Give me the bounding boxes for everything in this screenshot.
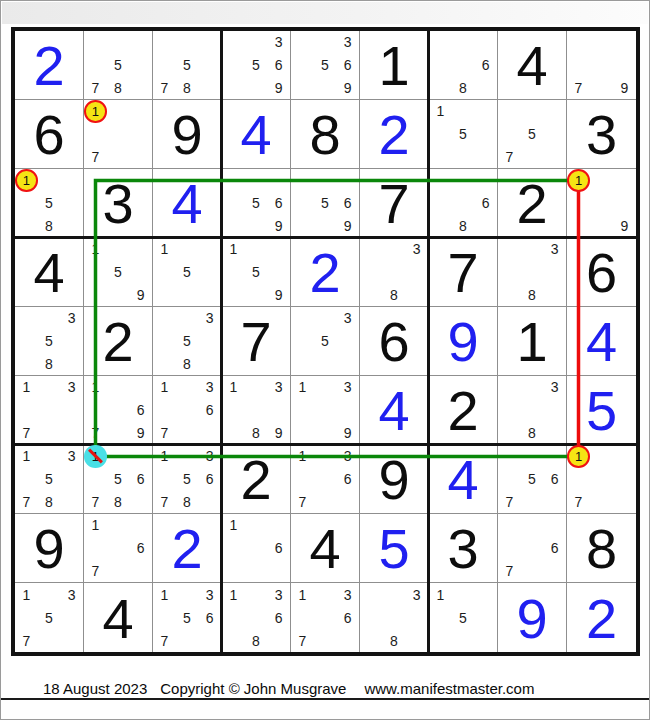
cell-r8c6[interactable]: 5: [360, 514, 429, 583]
empty-slot: [291, 31, 314, 54]
cell-r9c4[interactable]: 1368: [222, 583, 291, 652]
empty-slot: [429, 214, 452, 237]
empty-slot: [336, 169, 359, 192]
empty-slot: [176, 399, 199, 422]
given-digit: 8: [586, 521, 617, 577]
empty-slot: [15, 330, 38, 353]
cell-r1c7[interactable]: 68: [429, 31, 498, 100]
cell-r7c8[interactable]: 567: [498, 445, 567, 514]
empty-slot: [521, 399, 544, 422]
empty-slot: [521, 514, 544, 537]
footer-url[interactable]: www.manifestmaster.com: [364, 680, 534, 697]
cell-r5c6[interactable]: 6: [360, 307, 429, 376]
cell-r8c5[interactable]: 4: [291, 514, 360, 583]
candidate-5: 5: [38, 468, 61, 491]
cell-r1c4[interactable]: 3569: [222, 31, 291, 100]
cell-r7c2[interactable]: 15678: [84, 445, 153, 514]
empty-slot: [153, 261, 176, 284]
candidate-7: 7: [498, 490, 521, 513]
empty-slot: [543, 514, 566, 537]
empty-slot: [543, 421, 566, 444]
cell-r3c8[interactable]: 2: [498, 169, 567, 238]
candidate-1: 1: [222, 514, 245, 537]
empty-slot: [429, 123, 452, 146]
pencil-marks: 578: [153, 31, 221, 99]
given-digit: 2: [102, 314, 133, 370]
cell-r4c1[interactable]: 4: [15, 238, 84, 307]
candidate-6: 6: [336, 54, 359, 77]
given-digit: 9: [378, 452, 409, 508]
cell-r6c4[interactable]: 1389: [222, 376, 291, 445]
empty-slot: [498, 421, 521, 444]
cell-r2c4[interactable]: 4: [222, 100, 291, 169]
candidate-1: 1: [291, 583, 314, 606]
candidate-7: 7: [84, 145, 107, 168]
candidate-7: 7: [153, 490, 176, 513]
page: 2578578356935691684796179482155731583456…: [0, 0, 650, 720]
candidate-3: 3: [543, 238, 566, 261]
empty-slot: [222, 421, 245, 444]
empty-slot: [452, 192, 475, 215]
cell-r7c4[interactable]: 2: [222, 445, 291, 514]
empty-slot: [314, 445, 337, 468]
empty-slot: [245, 169, 268, 192]
solved-digit: 9: [516, 591, 547, 647]
solved-digit: 2: [309, 245, 340, 301]
pencil-marks: 67: [498, 514, 566, 582]
empty-slot: [543, 399, 566, 422]
candidate-6: 6: [336, 468, 359, 491]
empty-slot: [198, 352, 221, 375]
pencil-marks: 159: [222, 238, 290, 306]
pencil-marks: 1368: [222, 583, 290, 652]
chain-link-node-candidate-1: 1: [567, 445, 590, 468]
empty-slot: [291, 399, 314, 422]
cell-r2c9[interactable]: 3: [567, 100, 636, 169]
empty-slot: [153, 352, 176, 375]
empty-slot: [129, 31, 152, 54]
empty-slot: [383, 606, 406, 629]
empty-slot: [383, 238, 406, 261]
empty-slot: [107, 100, 130, 123]
empty-slot: [336, 352, 359, 375]
empty-slot: [291, 192, 314, 215]
cell-r9c6[interactable]: 38: [360, 583, 429, 652]
cell-r3c6[interactable]: 7: [360, 169, 429, 238]
empty-slot: [498, 376, 521, 399]
candidate-7: 7: [15, 421, 38, 444]
pencil-marks: 38: [498, 376, 566, 444]
candidate-1: 1: [222, 376, 245, 399]
candidate-9: 9: [613, 76, 636, 99]
cell-r4c7[interactable]: 7: [429, 238, 498, 307]
empty-slot: [613, 169, 636, 192]
empty-slot: [314, 421, 337, 444]
empty-slot: [405, 261, 428, 284]
candidate-5: 5: [314, 192, 337, 215]
cell-r5c7[interactable]: 9: [429, 307, 498, 376]
empty-slot: [198, 261, 221, 284]
candidate-6: 6: [543, 537, 566, 560]
empty-slot: [429, 629, 452, 652]
cell-r5c8[interactable]: 1: [498, 307, 567, 376]
cell-r2c6[interactable]: 2: [360, 100, 429, 169]
empty-slot: [543, 100, 566, 123]
cell-r4c3[interactable]: 15: [153, 238, 222, 307]
empty-slot: [613, 445, 636, 468]
empty-slot: [84, 283, 107, 306]
pencil-marks: 19: [567, 169, 636, 237]
given-digit: 7: [447, 245, 478, 301]
cell-r5c2[interactable]: 2: [84, 307, 153, 376]
cell-r9c5[interactable]: 1367: [291, 583, 360, 652]
empty-slot: [498, 283, 521, 306]
candidate-8: 8: [176, 76, 199, 99]
candidate-3: 3: [267, 31, 290, 54]
candidate-6: 6: [543, 468, 566, 491]
candidate-3: 3: [60, 307, 83, 330]
candidate-7: 7: [15, 629, 38, 652]
empty-slot: [107, 559, 130, 582]
candidate-7: 7: [153, 76, 176, 99]
candidate-8: 8: [383, 629, 406, 652]
empty-slot: [60, 399, 83, 422]
empty-slot: [567, 54, 590, 77]
empty-slot: [84, 123, 107, 146]
empty-slot: [176, 445, 199, 468]
bottom-rule: [1, 698, 649, 700]
pencil-marks: 1679: [84, 376, 152, 444]
empty-slot: [129, 559, 152, 582]
pencil-marks: 358: [153, 307, 221, 375]
empty-slot: [107, 399, 130, 422]
empty-slot: [314, 376, 337, 399]
empty-slot: [267, 629, 290, 652]
empty-slot: [15, 606, 38, 629]
cell-r8c4[interactable]: 16: [222, 514, 291, 583]
cell-r9c3[interactable]: 13567: [153, 583, 222, 652]
cell-r3c5[interactable]: 569: [291, 169, 360, 238]
cell-r1c2[interactable]: 578: [84, 31, 153, 100]
empty-slot: [267, 238, 290, 261]
empty-slot: [245, 606, 268, 629]
empty-slot: [314, 468, 337, 491]
given-digit: 1: [516, 314, 547, 370]
empty-slot: [198, 629, 221, 652]
empty-slot: [222, 606, 245, 629]
solved-digit: 4: [171, 176, 202, 232]
empty-slot: [38, 421, 61, 444]
candidate-3: 3: [336, 31, 359, 54]
given-digit: 9: [33, 521, 64, 577]
empty-slot: [498, 537, 521, 560]
empty-slot: [590, 490, 613, 513]
cell-r4c2[interactable]: 159: [84, 238, 153, 307]
empty-slot: [590, 76, 613, 99]
cell-r5c5[interactable]: 35: [291, 307, 360, 376]
candidate-6: 6: [129, 537, 152, 560]
cell-r2c8[interactable]: 57: [498, 100, 567, 169]
cell-r9c1[interactable]: 1357: [15, 583, 84, 652]
cell-r8c7[interactable]: 3: [429, 514, 498, 583]
empty-slot: [222, 629, 245, 652]
given-digit: 2: [240, 452, 271, 508]
candidate-9: 9: [336, 214, 359, 237]
cell-r5c4[interactable]: 7: [222, 307, 291, 376]
candidate-3: 3: [336, 376, 359, 399]
empty-slot: [590, 214, 613, 237]
empty-slot: [452, 100, 475, 123]
empty-slot: [405, 283, 428, 306]
empty-slot: [129, 445, 152, 468]
box-border-vertical-1: [220, 31, 223, 652]
solved-digit: 2: [378, 107, 409, 163]
candidate-6: 6: [198, 606, 221, 629]
candidate-7: 7: [84, 76, 107, 99]
candidate-7: 7: [498, 145, 521, 168]
empty-slot: [521, 238, 544, 261]
empty-slot: [15, 307, 38, 330]
candidate-1: 1: [15, 445, 38, 468]
pencil-marks: 1367: [153, 376, 221, 444]
empty-slot: [474, 31, 497, 54]
empty-slot: [613, 192, 636, 215]
cell-r2c3[interactable]: 9: [153, 100, 222, 169]
cell-r5c9[interactable]: 4: [567, 307, 636, 376]
chain-link-node-candidate-1: 1: [84, 100, 107, 123]
candidate-7: 7: [291, 629, 314, 652]
empty-slot: [314, 629, 337, 652]
cell-r3c2[interactable]: 3: [84, 169, 153, 238]
cell-r2c2[interactable]: 17: [84, 100, 153, 169]
cell-r2c7[interactable]: 15: [429, 100, 498, 169]
empty-slot: [567, 192, 590, 215]
cell-r7c1[interactable]: 13578: [15, 445, 84, 514]
chain-link-node-candidate-1: 1: [15, 169, 38, 192]
candidate-8: 8: [176, 490, 199, 513]
empty-slot: [153, 330, 176, 353]
cell-r1c8[interactable]: 4: [498, 31, 567, 100]
empty-slot: [38, 445, 61, 468]
candidate-6: 6: [267, 537, 290, 560]
cell-r3c1[interactable]: 158: [15, 169, 84, 238]
empty-slot: [267, 399, 290, 422]
pencil-marks: 139: [291, 376, 359, 444]
empty-slot: [176, 283, 199, 306]
empty-slot: [245, 31, 268, 54]
given-digit: 8: [309, 107, 340, 163]
cell-r9c7[interactable]: 15: [429, 583, 498, 652]
empty-slot: [267, 169, 290, 192]
candidate-6: 6: [474, 54, 497, 77]
empty-slot: [222, 214, 245, 237]
candidate-1: 1: [222, 583, 245, 606]
cell-r7c6[interactable]: 9: [360, 445, 429, 514]
cell-r9c9[interactable]: 2: [567, 583, 636, 652]
empty-slot: [521, 261, 544, 284]
candidate-7: 7: [153, 421, 176, 444]
cell-r8c9[interactable]: 8: [567, 514, 636, 583]
sudoku-board: 2578578356935691684796179482155731583456…: [11, 27, 640, 656]
cell-r7c9[interactable]: 17: [567, 445, 636, 514]
candidate-5: 5: [107, 468, 130, 491]
cell-r5c1[interactable]: 358: [15, 307, 84, 376]
candidate-1: 1: [153, 583, 176, 606]
candidate-6: 6: [267, 54, 290, 77]
cell-r9c2[interactable]: 4: [84, 583, 153, 652]
cell-r6c3[interactable]: 1367: [153, 376, 222, 445]
solved-digit: 4: [586, 314, 617, 370]
empty-slot: [336, 330, 359, 353]
candidate-7: 7: [153, 629, 176, 652]
empty-slot: [107, 123, 130, 146]
cell-r6c8[interactable]: 38: [498, 376, 567, 445]
cell-r6c9[interactable]: 5: [567, 376, 636, 445]
empty-slot: [291, 468, 314, 491]
empty-slot: [498, 399, 521, 422]
pencil-marks: 1367: [291, 583, 359, 652]
empty-slot: [590, 31, 613, 54]
cell-r6c7[interactable]: 2: [429, 376, 498, 445]
cell-r1c6[interactable]: 1: [360, 31, 429, 100]
pencil-marks: 15678: [84, 445, 152, 513]
empty-slot: [107, 238, 130, 261]
footer-copyright: Copyright © John Musgrave: [160, 680, 346, 697]
empty-slot: [129, 490, 152, 513]
sudoku-grid: 2578578356935691684796179482155731583456…: [15, 31, 636, 652]
given-digit: 7: [240, 314, 271, 370]
empty-slot: [153, 31, 176, 54]
cell-r7c3[interactable]: 135678: [153, 445, 222, 514]
cell-r7c7[interactable]: 4: [429, 445, 498, 514]
cell-r9c8[interactable]: 9: [498, 583, 567, 652]
empty-slot: [222, 54, 245, 77]
cell-r2c5[interactable]: 8: [291, 100, 360, 169]
cell-r8c1[interactable]: 9: [15, 514, 84, 583]
cell-r3c9[interactable]: 19: [567, 169, 636, 238]
candidate-6: 6: [336, 606, 359, 629]
empty-slot: [336, 399, 359, 422]
candidate-1: 1: [153, 445, 176, 468]
pencil-marks: 13567: [153, 583, 221, 652]
cell-r1c1[interactable]: 2: [15, 31, 84, 100]
empty-slot: [107, 421, 130, 444]
candidate-8: 8: [176, 352, 199, 375]
pencil-marks: 1367: [291, 445, 359, 513]
cell-r6c5[interactable]: 139: [291, 376, 360, 445]
cell-r3c7[interactable]: 68: [429, 169, 498, 238]
empty-slot: [590, 192, 613, 215]
cell-r6c6[interactable]: 4: [360, 376, 429, 445]
empty-slot: [498, 123, 521, 146]
box-border-vertical-2: [427, 31, 430, 652]
candidate-9: 9: [129, 283, 152, 306]
cell-r5c3[interactable]: 358: [153, 307, 222, 376]
cell-r1c5[interactable]: 3569: [291, 31, 360, 100]
empty-slot: [107, 283, 130, 306]
empty-slot: [452, 145, 475, 168]
empty-slot: [314, 352, 337, 375]
solved-digit: 5: [378, 521, 409, 577]
pencil-marks: 57: [498, 100, 566, 168]
empty-slot: [567, 214, 590, 237]
empty-slot: [222, 169, 245, 192]
candidate-3: 3: [198, 583, 221, 606]
empty-slot: [474, 76, 497, 99]
empty-slot: [198, 31, 221, 54]
empty-slot: [129, 145, 152, 168]
pencil-marks: 15: [153, 238, 221, 306]
given-digit: 6: [586, 245, 617, 301]
empty-slot: [291, 330, 314, 353]
empty-slot: [153, 283, 176, 306]
cell-r1c9[interactable]: 79: [567, 31, 636, 100]
cell-r2c1[interactable]: 6: [15, 100, 84, 169]
cell-r4c8[interactable]: 38: [498, 238, 567, 307]
empty-slot: [245, 283, 268, 306]
pencil-marks: 38: [360, 238, 428, 306]
solved-digit: 4: [240, 107, 271, 163]
cell-r8c2[interactable]: 167: [84, 514, 153, 583]
candidate-7: 7: [84, 559, 107, 582]
empty-slot: [543, 559, 566, 582]
empty-slot: [198, 76, 221, 99]
cell-r6c2[interactable]: 1679: [84, 376, 153, 445]
cell-r1c3[interactable]: 578: [153, 31, 222, 100]
empty-slot: [176, 583, 199, 606]
cell-r4c5[interactable]: 2: [291, 238, 360, 307]
empty-slot: [153, 307, 176, 330]
candidate-6: 6: [198, 468, 221, 491]
empty-slot: [613, 468, 636, 491]
cell-r7c5[interactable]: 1367: [291, 445, 360, 514]
empty-slot: [498, 100, 521, 123]
empty-slot: [38, 399, 61, 422]
candidate-1: 1: [291, 376, 314, 399]
empty-slot: [590, 169, 613, 192]
candidate-1: 1: [429, 583, 452, 606]
empty-slot: [498, 238, 521, 261]
empty-slot: [521, 559, 544, 582]
candidate-1: 1: [429, 100, 452, 123]
empty-slot: [291, 606, 314, 629]
candidate-7: 7: [291, 490, 314, 513]
candidate-6: 6: [129, 468, 152, 491]
empty-slot: [198, 421, 221, 444]
solved-digit: 2: [171, 521, 202, 577]
candidate-5: 5: [38, 192, 61, 215]
empty-slot: [383, 261, 406, 284]
cell-r3c3[interactable]: 4: [153, 169, 222, 238]
empty-slot: [291, 169, 314, 192]
cell-r4c6[interactable]: 38: [360, 238, 429, 307]
empty-slot: [474, 100, 497, 123]
cell-r8c8[interactable]: 67: [498, 514, 567, 583]
empty-slot: [38, 583, 61, 606]
cell-r4c9[interactable]: 6: [567, 238, 636, 307]
candidate-5: 5: [452, 123, 475, 146]
cell-r8c3[interactable]: 2: [153, 514, 222, 583]
cell-r3c4[interactable]: 569: [222, 169, 291, 238]
cell-r6c1[interactable]: 137: [15, 376, 84, 445]
candidate-7: 7: [84, 490, 107, 513]
empty-slot: [452, 583, 475, 606]
cell-r4c4[interactable]: 159: [222, 238, 291, 307]
candidate-8: 8: [245, 421, 268, 444]
candidate-5: 5: [38, 606, 61, 629]
empty-slot: [474, 629, 497, 652]
candidate-7: 7: [567, 490, 590, 513]
